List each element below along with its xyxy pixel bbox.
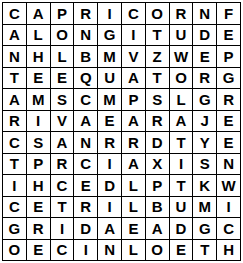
grid-cell-r10c4[interactable]: R — [74, 197, 97, 218]
grid-cell-r10c1[interactable]: C — [3, 197, 26, 218]
grid-cell-r6c2[interactable]: I — [27, 111, 50, 132]
grid-cell-r1c3[interactable]: P — [51, 3, 74, 24]
grid-cell-r11c1[interactable]: G — [3, 218, 26, 239]
grid-cell-r11c6[interactable]: E — [122, 218, 145, 239]
grid-cell-r8c3[interactable]: R — [51, 154, 74, 175]
grid-cell-r7c10[interactable]: E — [217, 132, 240, 153]
grid-cell-r2c10[interactable]: E — [217, 25, 240, 46]
grid-cell-r1c1[interactable]: C — [3, 3, 26, 24]
grid-cell-r2c2[interactable]: L — [27, 25, 50, 46]
grid-cell-r5c9[interactable]: G — [193, 89, 216, 110]
grid-cell-r5c1[interactable]: A — [3, 89, 26, 110]
grid-cell-r12c6[interactable]: L — [122, 240, 145, 261]
grid-cell-r1c10[interactable]: F — [217, 3, 240, 24]
grid-cell-r9c4[interactable]: E — [74, 175, 97, 196]
grid-cell-r7c9[interactable]: Y — [193, 132, 216, 153]
grid-cell-r12c8[interactable]: E — [170, 240, 193, 261]
grid-cell-r8c2[interactable]: P — [27, 154, 50, 175]
grid-cell-r8c4[interactable]: C — [74, 154, 97, 175]
grid-cell-r10c6[interactable]: L — [122, 197, 145, 218]
grid-cell-r3c9[interactable]: E — [193, 46, 216, 67]
grid-cell-r1c8[interactable]: R — [170, 3, 193, 24]
grid-cell-r4c9[interactable]: R — [193, 68, 216, 89]
grid-cell-r7c8[interactable]: T — [170, 132, 193, 153]
word-search-grid: CAPRICORNFALONGITUDENHLBMVZWEPTEEQUATORG… — [2, 2, 241, 261]
grid-cell-r11c9[interactable]: G — [193, 218, 216, 239]
grid-cell-r5c8[interactable]: L — [170, 89, 193, 110]
grid-cell-r5c3[interactable]: S — [51, 89, 74, 110]
grid-cell-r1c5[interactable]: I — [98, 3, 121, 24]
grid-cell-r9c10[interactable]: W — [217, 175, 240, 196]
grid-cell-r5c10[interactable]: R — [217, 89, 240, 110]
grid-cell-r11c5[interactable]: A — [98, 218, 121, 239]
grid-cell-r4c7[interactable]: T — [146, 68, 169, 89]
grid-cell-r7c1[interactable]: C — [3, 132, 26, 153]
grid-cell-r3c4[interactable]: B — [74, 46, 97, 67]
grid-cell-r2c9[interactable]: D — [193, 25, 216, 46]
grid-cell-r1c6[interactable]: C — [122, 3, 145, 24]
grid-cell-r4c10[interactable]: G — [217, 68, 240, 89]
grid-cell-r10c10[interactable]: I — [217, 197, 240, 218]
grid-cell-r9c8[interactable]: T — [170, 175, 193, 196]
grid-cell-r6c9[interactable]: J — [193, 111, 216, 132]
grid-cell-r9c9[interactable]: K — [193, 175, 216, 196]
grid-cell-r12c1[interactable]: O — [3, 240, 26, 261]
grid-cell-r10c5[interactable]: I — [98, 197, 121, 218]
grid-cell-r7c2[interactable]: S — [27, 132, 50, 153]
grid-cell-r9c7[interactable]: P — [146, 175, 169, 196]
grid-cell-r2c1[interactable]: A — [3, 25, 26, 46]
grid-cell-r8c6[interactable]: A — [122, 154, 145, 175]
grid-cell-r2c7[interactable]: T — [146, 25, 169, 46]
grid-cell-r2c3[interactable]: O — [51, 25, 74, 46]
grid-cell-r4c5[interactable]: U — [98, 68, 121, 89]
grid-cell-r10c7[interactable]: B — [146, 197, 169, 218]
grid-cell-r4c1[interactable]: T — [3, 68, 26, 89]
grid-cell-r2c5[interactable]: G — [98, 25, 121, 46]
grid-cell-r11c4[interactable]: D — [74, 218, 97, 239]
grid-cell-r8c9[interactable]: S — [193, 154, 216, 175]
grid-cell-r7c6[interactable]: R — [122, 132, 145, 153]
grid-cell-r12c10[interactable]: H — [217, 240, 240, 261]
grid-cell-r10c8[interactable]: U — [170, 197, 193, 218]
grid-cell-r9c3[interactable]: C — [51, 175, 74, 196]
grid-cell-r5c4[interactable]: C — [74, 89, 97, 110]
grid-cell-r3c10[interactable]: P — [217, 46, 240, 67]
grid-cell-r3c6[interactable]: V — [122, 46, 145, 67]
grid-cell-r3c3[interactable]: L — [51, 46, 74, 67]
grid-cell-r1c4[interactable]: R — [74, 3, 97, 24]
grid-cell-r12c3[interactable]: C — [51, 240, 74, 261]
grid-cell-r8c5[interactable]: I — [98, 154, 121, 175]
grid-cell-r5c2[interactable]: M — [27, 89, 50, 110]
grid-cell-r11c8[interactable]: D — [170, 218, 193, 239]
grid-cell-r5c5[interactable]: M — [98, 89, 121, 110]
grid-cell-r9c6[interactable]: L — [122, 175, 145, 196]
grid-cell-r5c6[interactable]: P — [122, 89, 145, 110]
grid-cell-r3c5[interactable]: M — [98, 46, 121, 67]
grid-cell-r11c7[interactable]: A — [146, 218, 169, 239]
grid-cell-r10c9[interactable]: M — [193, 197, 216, 218]
grid-cell-r1c7[interactable]: O — [146, 3, 169, 24]
grid-cell-r12c5[interactable]: N — [98, 240, 121, 261]
grid-cell-r6c4[interactable]: A — [74, 111, 97, 132]
grid-cell-r10c2[interactable]: E — [27, 197, 50, 218]
grid-cell-r4c3[interactable]: E — [51, 68, 74, 89]
grid-cell-r7c7[interactable]: D — [146, 132, 169, 153]
grid-cell-r11c10[interactable]: C — [217, 218, 240, 239]
grid-cell-r8c7[interactable]: X — [146, 154, 169, 175]
grid-cell-r11c2[interactable]: R — [27, 218, 50, 239]
grid-cell-r6c5[interactable]: E — [98, 111, 121, 132]
grid-cell-r3c8[interactable]: W — [170, 46, 193, 67]
grid-cell-r11c3[interactable]: I — [51, 218, 74, 239]
grid-cell-r10c3[interactable]: T — [51, 197, 74, 218]
grid-cell-r12c2[interactable]: E — [27, 240, 50, 261]
grid-cell-r7c4[interactable]: N — [74, 132, 97, 153]
grid-cell-r3c7[interactable]: Z — [146, 46, 169, 67]
grid-cell-r6c10[interactable]: E — [217, 111, 240, 132]
grid-cell-r8c1[interactable]: T — [3, 154, 26, 175]
grid-cell-r1c2[interactable]: A — [27, 3, 50, 24]
grid-cell-r3c1[interactable]: N — [3, 46, 26, 67]
grid-cell-r12c4[interactable]: I — [74, 240, 97, 261]
grid-cell-r3c2[interactable]: H — [27, 46, 50, 67]
grid-cell-r12c7[interactable]: O — [146, 240, 169, 261]
grid-cell-r8c10[interactable]: N — [217, 154, 240, 175]
grid-cell-r2c8[interactable]: U — [170, 25, 193, 46]
grid-cell-r1c9[interactable]: N — [193, 3, 216, 24]
grid-cell-r9c2[interactable]: H — [27, 175, 50, 196]
grid-cell-r6c6[interactable]: A — [122, 111, 145, 132]
grid-cell-r9c1[interactable]: I — [3, 175, 26, 196]
grid-cell-r4c8[interactable]: O — [170, 68, 193, 89]
grid-cell-r4c4[interactable]: Q — [74, 68, 97, 89]
grid-cell-r2c6[interactable]: I — [122, 25, 145, 46]
grid-cell-r4c2[interactable]: E — [27, 68, 50, 89]
grid-cell-r6c3[interactable]: V — [51, 111, 74, 132]
grid-cell-r2c4[interactable]: N — [74, 25, 97, 46]
grid-cell-r7c3[interactable]: A — [51, 132, 74, 153]
grid-cell-r6c1[interactable]: R — [3, 111, 26, 132]
grid-cell-r6c8[interactable]: A — [170, 111, 193, 132]
grid-cell-r7c5[interactable]: R — [98, 132, 121, 153]
grid-cell-r4c6[interactable]: A — [122, 68, 145, 89]
grid-cell-r6c7[interactable]: R — [146, 111, 169, 132]
grid-cell-r8c8[interactable]: I — [170, 154, 193, 175]
grid-cell-r9c5[interactable]: D — [98, 175, 121, 196]
grid-cell-r12c9[interactable]: T — [193, 240, 216, 261]
grid-cell-r5c7[interactable]: S — [146, 89, 169, 110]
